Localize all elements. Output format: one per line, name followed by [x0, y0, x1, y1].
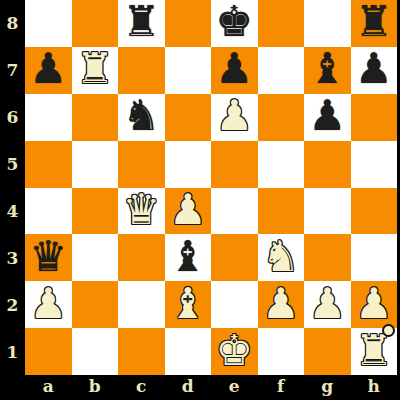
piece-white-pawn[interactable]: ♟	[215, 95, 253, 137]
square-b8[interactable]	[72, 0, 119, 47]
piece-white-bishop[interactable]: ♝	[169, 283, 207, 325]
square-c1[interactable]	[118, 328, 165, 375]
rank-label-2: 2	[0, 281, 25, 328]
piece-white-pawn[interactable]: ♟	[355, 283, 393, 325]
piece-black-pawn[interactable]: ♟	[29, 48, 67, 90]
square-c5[interactable]	[118, 141, 165, 188]
square-h7[interactable]: ♟	[351, 47, 398, 94]
square-g1[interactable]	[304, 328, 351, 375]
chess-board: ♜♚♜♟♜♟♝♟♞♟♟♛♟♛♝♞♟♝♟♟♟♚♜	[25, 0, 397, 375]
square-e5[interactable]	[211, 141, 258, 188]
square-a5[interactable]	[25, 141, 72, 188]
square-b4[interactable]	[72, 188, 119, 235]
square-h4[interactable]	[351, 188, 398, 235]
piece-white-pawn[interactable]: ♟	[169, 189, 207, 231]
square-d6[interactable]	[165, 94, 212, 141]
square-d7[interactable]	[165, 47, 212, 94]
piece-white-pawn[interactable]: ♟	[29, 283, 67, 325]
rank-label-6: 6	[0, 94, 25, 141]
piece-black-bishop[interactable]: ♝	[308, 48, 346, 90]
square-g4[interactable]	[304, 188, 351, 235]
file-coordinates: abcdefgh	[25, 375, 397, 400]
piece-black-rook[interactable]: ♜	[122, 1, 160, 43]
square-a8[interactable]	[25, 0, 72, 47]
file-label-f: f	[258, 375, 305, 400]
rank-label-4: 4	[0, 188, 25, 235]
rank-label-3: 3	[0, 234, 25, 281]
square-a2[interactable]: ♟	[25, 281, 72, 328]
square-d8[interactable]	[165, 0, 212, 47]
square-c8[interactable]: ♜	[118, 0, 165, 47]
square-b6[interactable]	[72, 94, 119, 141]
square-d2[interactable]: ♝	[165, 281, 212, 328]
piece-black-pawn[interactable]: ♟	[215, 48, 253, 90]
piece-black-pawn[interactable]: ♟	[308, 95, 346, 137]
square-d5[interactable]	[165, 141, 212, 188]
square-c6[interactable]: ♞	[118, 94, 165, 141]
rank-label-8: 8	[0, 0, 25, 47]
file-label-c: c	[118, 375, 165, 400]
square-e7[interactable]: ♟	[211, 47, 258, 94]
chess-diagram: 87654321 ♜♚♜♟♜♟♝♟♞♟♟♛♟♛♝♞♟♝♟♟♟♚♜ abcdefg…	[0, 0, 400, 400]
square-g3[interactable]	[304, 234, 351, 281]
piece-black-pawn[interactable]: ♟	[355, 48, 393, 90]
square-c4[interactable]: ♛	[118, 188, 165, 235]
square-f4[interactable]	[258, 188, 305, 235]
square-a4[interactable]	[25, 188, 72, 235]
square-e1[interactable]: ♚	[211, 328, 258, 375]
square-b1[interactable]	[72, 328, 119, 375]
square-e4[interactable]	[211, 188, 258, 235]
square-c2[interactable]	[118, 281, 165, 328]
square-h6[interactable]	[351, 94, 398, 141]
square-c3[interactable]	[118, 234, 165, 281]
square-h3[interactable]	[351, 234, 398, 281]
square-g8[interactable]	[304, 0, 351, 47]
rank-label-7: 7	[0, 47, 25, 94]
piece-black-bishop[interactable]: ♝	[169, 236, 207, 278]
file-label-a: a	[25, 375, 72, 400]
piece-black-king[interactable]: ♚	[215, 1, 253, 43]
piece-white-king[interactable]: ♚	[215, 330, 253, 372]
square-b3[interactable]	[72, 234, 119, 281]
piece-white-queen[interactable]: ♛	[122, 189, 160, 231]
white-to-move-indicator	[382, 324, 395, 337]
file-label-d: d	[165, 375, 212, 400]
piece-black-rook[interactable]: ♜	[355, 1, 393, 43]
square-h2[interactable]: ♟	[351, 281, 398, 328]
square-c7[interactable]	[118, 47, 165, 94]
square-g7[interactable]: ♝	[304, 47, 351, 94]
square-f8[interactable]	[258, 0, 305, 47]
rank-label-5: 5	[0, 141, 25, 188]
file-label-e: e	[211, 375, 258, 400]
square-g5[interactable]	[304, 141, 351, 188]
square-f6[interactable]	[258, 94, 305, 141]
square-h5[interactable]	[351, 141, 398, 188]
square-f5[interactable]	[258, 141, 305, 188]
square-a6[interactable]	[25, 94, 72, 141]
square-a7[interactable]: ♟	[25, 47, 72, 94]
square-g2[interactable]: ♟	[304, 281, 351, 328]
square-a1[interactable]	[25, 328, 72, 375]
piece-white-rook[interactable]: ♜	[76, 48, 114, 90]
square-f3[interactable]: ♞	[258, 234, 305, 281]
square-e8[interactable]: ♚	[211, 0, 258, 47]
square-d4[interactable]: ♟	[165, 188, 212, 235]
file-label-h: h	[351, 375, 398, 400]
square-f1[interactable]	[258, 328, 305, 375]
square-e3[interactable]	[211, 234, 258, 281]
piece-white-knight[interactable]: ♞	[262, 236, 300, 278]
square-d3[interactable]: ♝	[165, 234, 212, 281]
rank-coordinates: 87654321	[0, 0, 25, 375]
file-label-b: b	[72, 375, 119, 400]
piece-black-knight[interactable]: ♞	[122, 95, 160, 137]
square-e2[interactable]	[211, 281, 258, 328]
square-a3[interactable]: ♛	[25, 234, 72, 281]
square-b7[interactable]: ♜	[72, 47, 119, 94]
square-e6[interactable]: ♟	[211, 94, 258, 141]
piece-white-pawn[interactable]: ♟	[308, 283, 346, 325]
square-b2[interactable]	[72, 281, 119, 328]
square-b5[interactable]	[72, 141, 119, 188]
piece-white-pawn[interactable]: ♟	[262, 283, 300, 325]
square-f7[interactable]	[258, 47, 305, 94]
piece-black-queen[interactable]: ♛	[29, 236, 67, 278]
square-f2[interactable]: ♟	[258, 281, 305, 328]
square-h8[interactable]: ♜	[351, 0, 398, 47]
square-g6[interactable]: ♟	[304, 94, 351, 141]
rank-label-1: 1	[0, 328, 25, 375]
square-d1[interactable]	[165, 328, 212, 375]
file-label-g: g	[304, 375, 351, 400]
